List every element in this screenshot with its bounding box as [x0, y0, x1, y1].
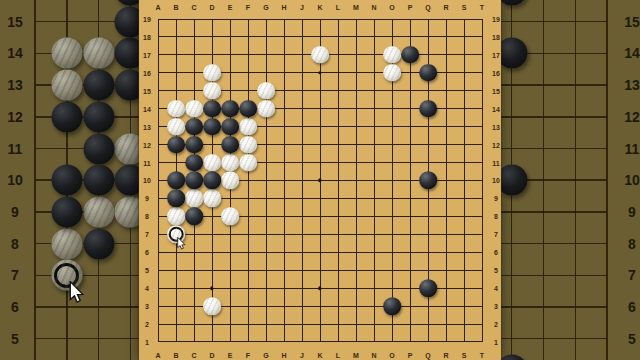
bg-stone-dark	[83, 101, 114, 132]
main-board[interactable]: AABBCCDDEEFFGGHHJJKKLLMMNNOOPPQQRRSSTT19…	[139, 0, 501, 360]
bg-stone-dark	[83, 228, 114, 259]
stone-black[interactable]	[167, 190, 185, 208]
grid-line-horizontal	[158, 270, 482, 271]
column-label-top: M	[353, 4, 359, 11]
stone-black[interactable]	[419, 172, 437, 190]
stone-white[interactable]	[185, 190, 203, 208]
row-label-right: 8	[494, 213, 498, 220]
column-label-bottom: D	[209, 352, 214, 359]
stone-white[interactable]	[203, 190, 221, 208]
row-label-right: 10	[492, 177, 500, 184]
column-label-bottom: M	[353, 352, 359, 359]
stone-black[interactable]	[185, 154, 203, 172]
row-label-right: 13	[492, 123, 500, 130]
column-label-bottom: F	[246, 352, 250, 359]
column-label-bottom: C	[191, 352, 196, 359]
row-label-right: 4	[494, 285, 498, 292]
row-label-left: 16	[143, 69, 151, 76]
stone-black[interactable]	[167, 172, 185, 190]
row-label-right: 12	[492, 141, 500, 148]
row-label-right: 19	[492, 16, 500, 23]
column-label-bottom: P	[408, 352, 413, 359]
stone-white[interactable]	[167, 100, 185, 118]
bg-row-label-right: 6	[628, 299, 636, 315]
bg-row-label-left: 15	[7, 14, 23, 30]
column-label-top: N	[371, 4, 376, 11]
row-label-left: 15	[143, 87, 151, 94]
column-label-top: F	[246, 4, 250, 11]
stone-black[interactable]	[203, 118, 221, 136]
go-app: 1515141413131212111110109988776655 AABBC…	[0, 0, 640, 360]
bg-row-label-left: 14	[7, 45, 23, 61]
row-label-left: 8	[145, 213, 149, 220]
row-label-left: 4	[145, 285, 149, 292]
star-point	[318, 179, 321, 182]
row-label-left: 9	[145, 195, 149, 202]
stone-white[interactable]	[167, 118, 185, 136]
bg-row-label-left: 13	[7, 77, 23, 93]
bg-stone-dark	[83, 70, 114, 101]
bg-stone-dark	[51, 101, 82, 132]
row-label-right: 3	[494, 303, 498, 310]
stone-white[interactable]	[167, 226, 185, 244]
stone-black[interactable]	[185, 136, 203, 154]
stone-black[interactable]	[221, 118, 239, 136]
row-label-right: 5	[494, 267, 498, 274]
bg-row-label-left: 9	[11, 204, 19, 220]
stone-black[interactable]	[221, 100, 239, 118]
grid-line-horizontal	[158, 341, 482, 342]
column-label-bottom: B	[173, 352, 178, 359]
column-label-top: G	[263, 4, 268, 11]
row-label-right: 7	[494, 231, 498, 238]
column-label-bottom: A	[155, 352, 160, 359]
column-label-bottom: R	[443, 352, 448, 359]
row-label-left: 6	[145, 249, 149, 256]
bg-row-label-right: 7	[628, 267, 636, 283]
bg-stone-dark	[83, 133, 114, 164]
column-label-bottom: Q	[425, 352, 430, 359]
row-label-left: 17	[143, 51, 151, 58]
stone-black[interactable]	[221, 136, 239, 154]
stone-white[interactable]	[383, 64, 401, 82]
bg-stone-dark	[51, 196, 82, 227]
bg-stone-light	[83, 38, 114, 69]
column-label-bottom: E	[228, 352, 233, 359]
stone-black[interactable]	[203, 100, 221, 118]
stone-black[interactable]	[383, 297, 401, 315]
bg-row-label-right: 15	[624, 14, 640, 30]
column-label-top: D	[209, 4, 214, 11]
grid-line-horizontal	[158, 252, 482, 253]
row-label-left: 12	[143, 141, 151, 148]
row-label-right: 16	[492, 69, 500, 76]
row-label-right: 11	[492, 159, 499, 166]
row-label-right: 15	[492, 87, 500, 94]
stone-black[interactable]	[419, 279, 437, 297]
row-label-right: 18	[492, 33, 500, 40]
bg-row-label-left: 11	[8, 141, 23, 157]
column-label-top: R	[443, 4, 448, 11]
column-label-bottom: O	[389, 352, 394, 359]
stone-white[interactable]	[221, 208, 239, 226]
bg-stone-light	[51, 70, 82, 101]
row-label-left: 3	[145, 303, 149, 310]
column-label-top: J	[300, 4, 304, 11]
stone-white[interactable]	[203, 297, 221, 315]
row-label-left: 18	[143, 33, 151, 40]
row-label-right: 17	[492, 51, 500, 58]
bg-row-label-right: 5	[628, 331, 636, 347]
stone-black[interactable]	[401, 46, 419, 64]
bg-row-label-left: 8	[11, 236, 19, 252]
row-label-right: 2	[494, 321, 498, 328]
stone-white[interactable]	[239, 136, 257, 154]
row-label-left: 13	[143, 123, 151, 130]
bg-row-label-right: 9	[628, 204, 636, 220]
column-label-top: S	[462, 4, 467, 11]
stone-black[interactable]	[167, 136, 185, 154]
column-label-top: E	[228, 4, 233, 11]
stone-white[interactable]	[257, 100, 275, 118]
bg-stone-light	[51, 228, 82, 259]
bg-row-label-left: 6	[11, 299, 19, 315]
column-label-top: C	[191, 4, 196, 11]
stone-white[interactable]	[221, 172, 239, 190]
column-label-bottom: S	[462, 352, 467, 359]
row-label-left: 2	[145, 321, 149, 328]
stone-white[interactable]	[203, 82, 221, 100]
row-label-left: 1	[145, 338, 149, 345]
bg-row-label-left: 7	[11, 267, 19, 283]
bg-stone-dark	[51, 165, 82, 196]
stone-white[interactable]	[311, 46, 329, 64]
stone-white[interactable]	[203, 64, 221, 82]
column-label-bottom: N	[371, 352, 376, 359]
row-label-left: 7	[145, 231, 149, 238]
bg-last-move-marker	[54, 263, 79, 288]
stone-black[interactable]	[203, 172, 221, 190]
column-label-bottom: T	[480, 352, 484, 359]
column-label-top: L	[336, 4, 340, 11]
star-point	[210, 286, 213, 289]
stone-white[interactable]	[185, 100, 203, 118]
stone-black[interactable]	[185, 172, 203, 190]
column-label-bottom: G	[263, 352, 268, 359]
row-label-left: 11	[143, 159, 150, 166]
stone-black[interactable]	[419, 100, 437, 118]
row-label-right: 9	[494, 195, 498, 202]
stone-white[interactable]	[239, 154, 257, 172]
bg-row-label-right: 11	[625, 141, 640, 157]
row-label-right: 6	[494, 249, 498, 256]
column-label-top: P	[408, 4, 413, 11]
column-label-bottom: J	[300, 352, 304, 359]
bg-row-label-right: 13	[624, 77, 640, 93]
column-label-top: O	[389, 4, 394, 11]
row-label-left: 14	[143, 105, 151, 112]
grid-line-horizontal	[158, 216, 482, 217]
bg-row-label-right: 12	[624, 109, 640, 125]
column-label-top: A	[155, 4, 160, 11]
star-point	[318, 71, 321, 74]
stone-white[interactable]	[257, 82, 275, 100]
row-label-right: 1	[494, 338, 498, 345]
column-label-top: T	[480, 4, 484, 11]
bg-row-label-right: 10	[624, 172, 640, 188]
row-label-left: 19	[143, 16, 151, 23]
bg-row-label-left: 12	[7, 109, 23, 125]
stone-white[interactable]	[221, 154, 239, 172]
grid-line-horizontal	[158, 234, 482, 235]
column-label-bottom: H	[281, 352, 286, 359]
stone-black[interactable]	[239, 100, 257, 118]
bg-stone-dark	[83, 165, 114, 196]
column-label-bottom: L	[336, 352, 340, 359]
stone-white[interactable]	[239, 118, 257, 136]
stone-black[interactable]	[185, 208, 203, 226]
column-label-top: B	[173, 4, 178, 11]
bg-stone-light	[83, 196, 114, 227]
column-label-bottom: K	[317, 352, 322, 359]
row-label-right: 14	[492, 105, 500, 112]
bg-row-label-right: 14	[624, 45, 640, 61]
bg-stone-light	[51, 38, 82, 69]
stone-white[interactable]	[203, 154, 221, 172]
column-label-top: K	[317, 4, 322, 11]
column-label-top: Q	[425, 4, 430, 11]
bg-row-label-right: 8	[628, 236, 636, 252]
stone-black[interactable]	[419, 64, 437, 82]
grid-line-horizontal	[158, 19, 482, 20]
stone-white[interactable]	[383, 46, 401, 64]
last-move-marker	[169, 227, 184, 242]
bg-row-label-left: 5	[11, 331, 19, 347]
grid-line-horizontal	[158, 36, 482, 37]
row-label-left: 5	[145, 267, 149, 274]
column-label-top: H	[281, 4, 286, 11]
stone-black[interactable]	[185, 118, 203, 136]
bg-stone-light	[51, 260, 82, 291]
bg-row-label-left: 10	[7, 172, 23, 188]
grid-line-horizontal	[158, 324, 482, 325]
grid-line-horizontal	[158, 144, 482, 145]
star-point	[318, 286, 321, 289]
row-label-left: 10	[143, 177, 151, 184]
stone-white[interactable]	[167, 208, 185, 226]
